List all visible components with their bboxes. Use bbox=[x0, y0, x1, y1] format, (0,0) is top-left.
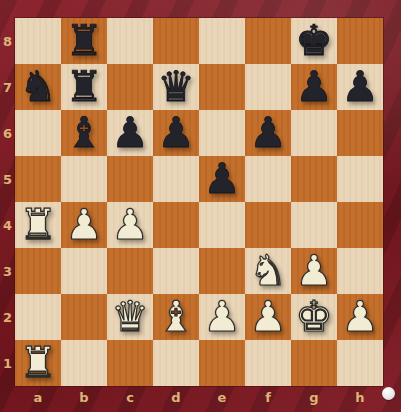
square-f7[interactable] bbox=[245, 64, 291, 110]
square-h4[interactable] bbox=[337, 202, 383, 248]
square-c3[interactable] bbox=[107, 248, 153, 294]
file-label-d: d bbox=[153, 386, 199, 408]
square-b4[interactable]: ♟ bbox=[61, 202, 107, 248]
rank-labels: 87654321 bbox=[0, 18, 15, 386]
square-d1[interactable] bbox=[153, 340, 199, 386]
square-e7[interactable] bbox=[199, 64, 245, 110]
rank-label-6: 6 bbox=[0, 110, 15, 156]
file-label-h: h bbox=[337, 386, 383, 408]
black-pawn[interactable]: ♟ bbox=[295, 66, 333, 108]
rank-label-4: 4 bbox=[0, 202, 15, 248]
square-g4[interactable] bbox=[291, 202, 337, 248]
file-labels: abcdefgh bbox=[15, 386, 383, 412]
square-e1[interactable] bbox=[199, 340, 245, 386]
square-g6[interactable] bbox=[291, 110, 337, 156]
square-d7[interactable]: ♛ bbox=[153, 64, 199, 110]
file-label-a: a bbox=[15, 386, 61, 408]
square-b6[interactable]: ♝ bbox=[61, 110, 107, 156]
square-d4[interactable] bbox=[153, 202, 199, 248]
square-c2[interactable]: ♛ bbox=[107, 294, 153, 340]
file-label-b: b bbox=[61, 386, 107, 408]
square-a1[interactable]: ♜ bbox=[15, 340, 61, 386]
square-d5[interactable] bbox=[153, 156, 199, 202]
square-a5[interactable] bbox=[15, 156, 61, 202]
black-pawn[interactable]: ♟ bbox=[203, 158, 241, 200]
rank-label-5: 5 bbox=[0, 156, 15, 202]
square-b1[interactable] bbox=[61, 340, 107, 386]
square-f8[interactable] bbox=[245, 18, 291, 64]
black-pawn[interactable]: ♟ bbox=[249, 112, 287, 154]
chess-board: ♜♚♞♜♛♟♟♝♟♟♟♟♜♟♟♞♟♛♝♟♟♚♟♜ bbox=[15, 18, 383, 386]
black-rook[interactable]: ♜ bbox=[65, 20, 103, 62]
black-rook[interactable]: ♜ bbox=[65, 66, 103, 108]
square-c4[interactable]: ♟ bbox=[107, 202, 153, 248]
square-h6[interactable] bbox=[337, 110, 383, 156]
white-to-move-indicator bbox=[382, 387, 395, 400]
white-pawn[interactable]: ♟ bbox=[65, 204, 103, 246]
square-f4[interactable] bbox=[245, 202, 291, 248]
square-a3[interactable] bbox=[15, 248, 61, 294]
square-f5[interactable] bbox=[245, 156, 291, 202]
square-b2[interactable] bbox=[61, 294, 107, 340]
file-label-g: g bbox=[291, 386, 337, 408]
rank-label-8: 8 bbox=[0, 18, 15, 64]
square-h2[interactable]: ♟ bbox=[337, 294, 383, 340]
square-h5[interactable] bbox=[337, 156, 383, 202]
square-g5[interactable] bbox=[291, 156, 337, 202]
square-e3[interactable] bbox=[199, 248, 245, 294]
white-rook[interactable]: ♜ bbox=[19, 342, 57, 384]
black-bishop[interactable]: ♝ bbox=[65, 112, 103, 154]
square-g2[interactable]: ♚ bbox=[291, 294, 337, 340]
square-c6[interactable]: ♟ bbox=[107, 110, 153, 156]
square-d2[interactable]: ♝ bbox=[153, 294, 199, 340]
square-c5[interactable] bbox=[107, 156, 153, 202]
rank-label-3: 3 bbox=[0, 248, 15, 294]
square-b7[interactable]: ♜ bbox=[61, 64, 107, 110]
square-e8[interactable] bbox=[199, 18, 245, 64]
square-a6[interactable] bbox=[15, 110, 61, 156]
square-g7[interactable]: ♟ bbox=[291, 64, 337, 110]
square-c7[interactable] bbox=[107, 64, 153, 110]
black-queen[interactable]: ♛ bbox=[157, 66, 195, 108]
square-g3[interactable]: ♟ bbox=[291, 248, 337, 294]
black-pawn[interactable]: ♟ bbox=[111, 112, 149, 154]
white-knight[interactable]: ♞ bbox=[249, 250, 287, 292]
square-g1[interactable] bbox=[291, 340, 337, 386]
white-pawn[interactable]: ♟ bbox=[203, 296, 241, 338]
square-h8[interactable] bbox=[337, 18, 383, 64]
square-b5[interactable] bbox=[61, 156, 107, 202]
white-rook[interactable]: ♜ bbox=[19, 204, 57, 246]
square-d3[interactable] bbox=[153, 248, 199, 294]
square-a8[interactable] bbox=[15, 18, 61, 64]
black-king[interactable]: ♚ bbox=[295, 20, 333, 62]
square-f6[interactable]: ♟ bbox=[245, 110, 291, 156]
white-queen[interactable]: ♛ bbox=[111, 296, 149, 338]
white-pawn[interactable]: ♟ bbox=[295, 250, 333, 292]
square-e5[interactable]: ♟ bbox=[199, 156, 245, 202]
square-f1[interactable] bbox=[245, 340, 291, 386]
square-d8[interactable] bbox=[153, 18, 199, 64]
rank-label-7: 7 bbox=[0, 64, 15, 110]
square-h7[interactable]: ♟ bbox=[337, 64, 383, 110]
white-pawn[interactable]: ♟ bbox=[111, 204, 149, 246]
rank-label-1: 1 bbox=[0, 340, 15, 386]
black-pawn[interactable]: ♟ bbox=[157, 112, 195, 154]
square-b8[interactable]: ♜ bbox=[61, 18, 107, 64]
file-label-f: f bbox=[245, 386, 291, 408]
file-label-e: e bbox=[199, 386, 245, 408]
square-e2[interactable]: ♟ bbox=[199, 294, 245, 340]
black-knight[interactable]: ♞ bbox=[19, 66, 57, 108]
square-e6[interactable] bbox=[199, 110, 245, 156]
square-a7[interactable]: ♞ bbox=[15, 64, 61, 110]
square-e4[interactable] bbox=[199, 202, 245, 248]
file-label-c: c bbox=[107, 386, 153, 408]
square-g8[interactable]: ♚ bbox=[291, 18, 337, 64]
square-d6[interactable]: ♟ bbox=[153, 110, 199, 156]
white-bishop[interactable]: ♝ bbox=[157, 296, 195, 338]
square-c8[interactable] bbox=[107, 18, 153, 64]
square-f2[interactable]: ♟ bbox=[245, 294, 291, 340]
white-king[interactable]: ♚ bbox=[295, 296, 333, 338]
board-frame: ♜♚♞♜♛♟♟♝♟♟♟♟♜♟♟♞♟♛♝♟♟♚♟♜ 87654321 abcdef… bbox=[0, 0, 401, 412]
square-f3[interactable]: ♞ bbox=[245, 248, 291, 294]
black-pawn[interactable]: ♟ bbox=[341, 66, 379, 108]
square-c1[interactable] bbox=[107, 340, 153, 386]
white-pawn[interactable]: ♟ bbox=[341, 296, 379, 338]
square-h1[interactable] bbox=[337, 340, 383, 386]
white-pawn[interactable]: ♟ bbox=[249, 296, 287, 338]
square-a2[interactable] bbox=[15, 294, 61, 340]
square-b3[interactable] bbox=[61, 248, 107, 294]
square-h3[interactable] bbox=[337, 248, 383, 294]
rank-label-2: 2 bbox=[0, 294, 15, 340]
square-a4[interactable]: ♜ bbox=[15, 202, 61, 248]
